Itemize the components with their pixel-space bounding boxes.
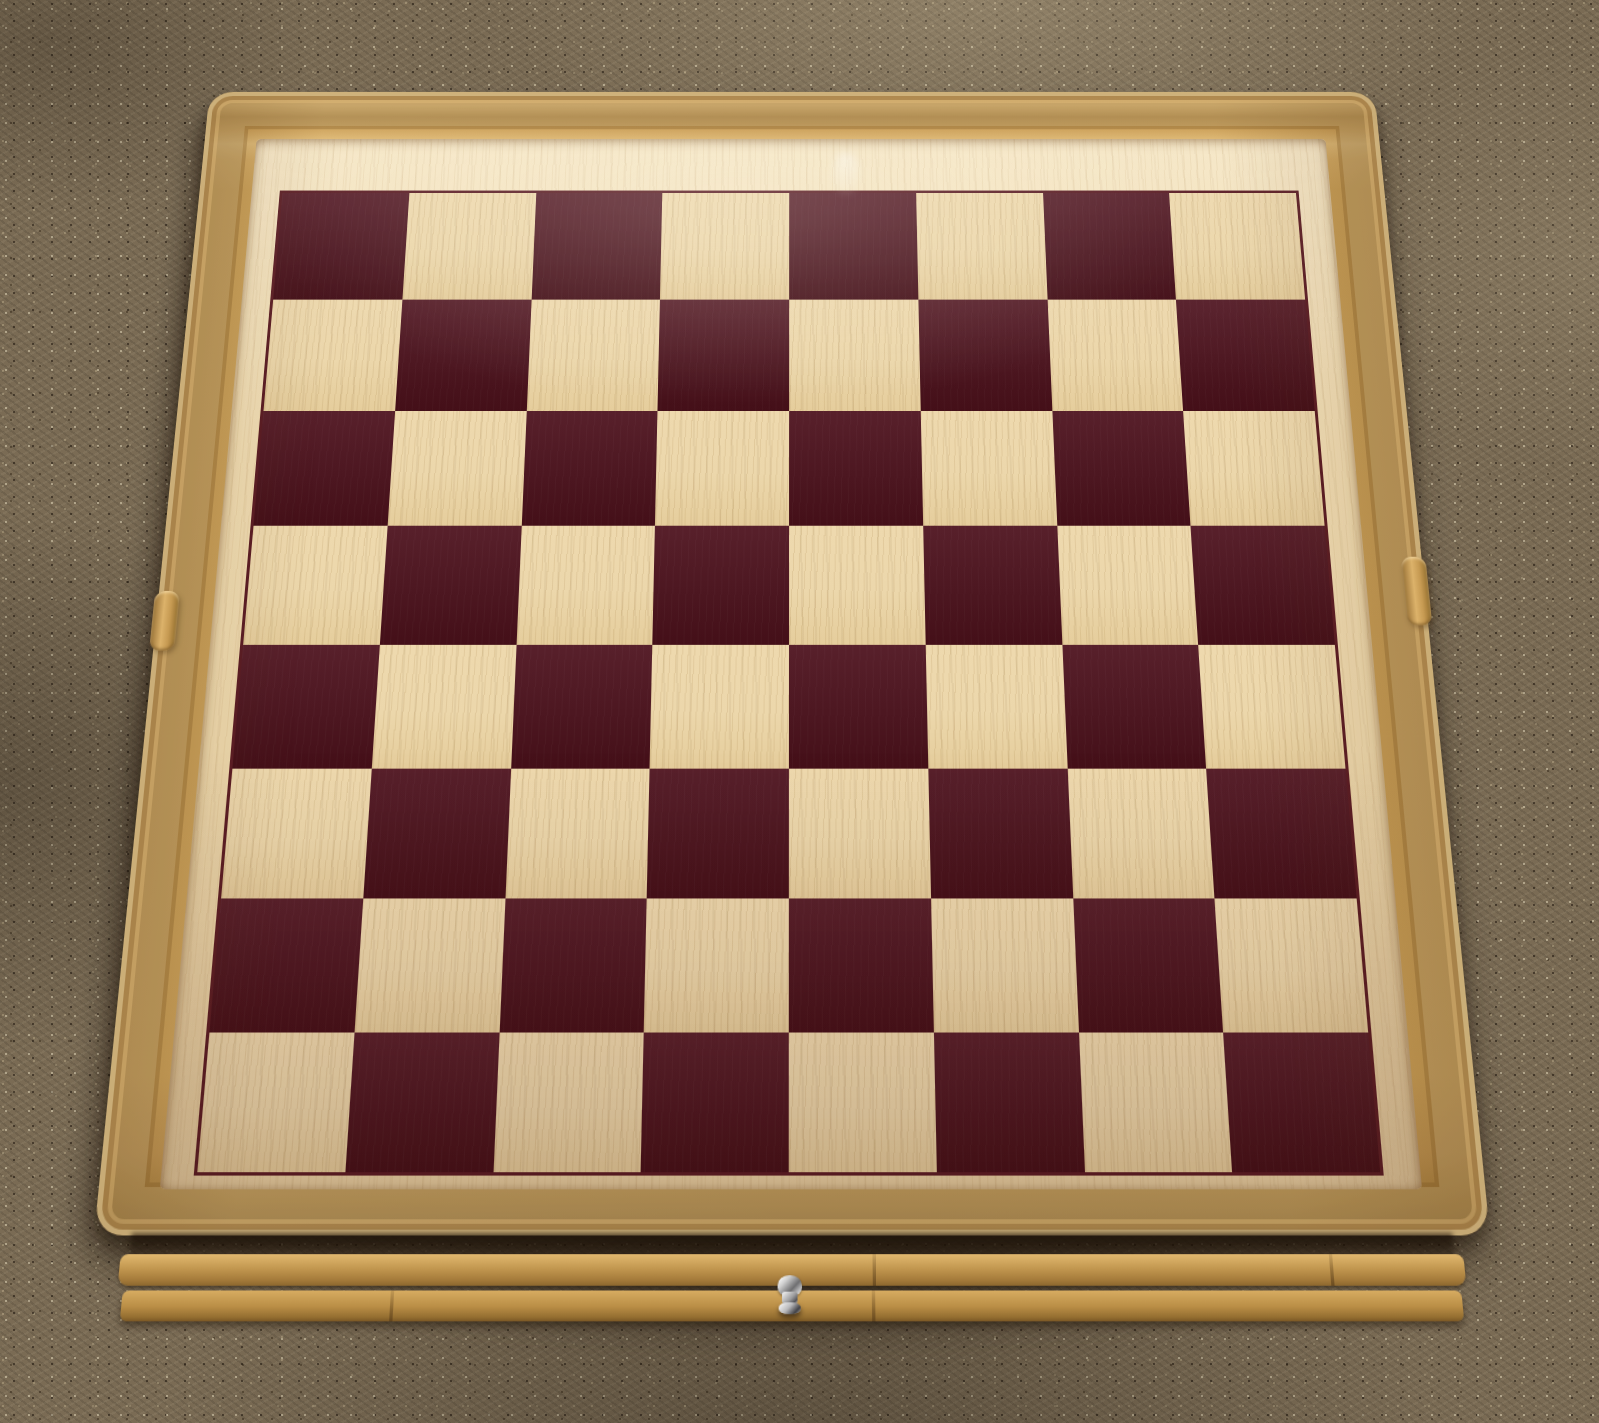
square-g1 xyxy=(1078,1032,1232,1172)
square-e7 xyxy=(789,300,920,411)
square-c6 xyxy=(521,411,657,526)
square-a2 xyxy=(209,898,363,1032)
square-f8 xyxy=(916,193,1047,300)
drawer-trim-joint xyxy=(873,1254,877,1286)
square-a8 xyxy=(273,193,409,300)
square-h2 xyxy=(1215,898,1368,1032)
board-surface xyxy=(160,139,1422,1189)
square-h5 xyxy=(1191,525,1335,644)
square-h1 xyxy=(1223,1032,1380,1172)
square-c7 xyxy=(526,300,660,411)
square-b5 xyxy=(380,525,522,644)
square-a1 xyxy=(197,1032,354,1172)
glare-highlight xyxy=(834,152,859,195)
square-e5 xyxy=(789,525,925,644)
frame-notch-right xyxy=(1401,557,1433,626)
drawer-front-joint xyxy=(872,1291,876,1322)
square-c8 xyxy=(531,193,662,300)
square-d5 xyxy=(653,525,790,644)
square-f3 xyxy=(928,769,1073,898)
square-h4 xyxy=(1198,645,1345,769)
square-f1 xyxy=(934,1032,1085,1172)
square-e2 xyxy=(789,898,934,1032)
carpet-background xyxy=(0,0,1599,1423)
square-c4 xyxy=(511,645,653,769)
checker-border xyxy=(194,191,1384,1176)
square-c2 xyxy=(499,898,647,1032)
square-a6 xyxy=(254,411,395,526)
square-a5 xyxy=(243,525,387,644)
chess-box xyxy=(94,92,1490,1236)
square-c5 xyxy=(516,525,655,644)
square-b6 xyxy=(387,411,526,526)
square-e6 xyxy=(789,411,923,526)
square-g3 xyxy=(1067,769,1214,898)
square-f2 xyxy=(931,898,1079,1032)
square-h7 xyxy=(1176,300,1315,411)
checkerboard xyxy=(197,193,1380,1172)
square-e4 xyxy=(789,645,928,769)
drawer-trim-joint xyxy=(1329,1254,1335,1286)
square-d1 xyxy=(641,1032,789,1172)
square-g6 xyxy=(1052,411,1191,526)
drawer-front-joint xyxy=(389,1291,394,1322)
square-b1 xyxy=(345,1032,499,1172)
square-g7 xyxy=(1047,300,1183,411)
square-d2 xyxy=(644,898,789,1032)
square-b7 xyxy=(395,300,531,411)
square-h3 xyxy=(1206,769,1356,898)
square-f6 xyxy=(920,411,1056,526)
square-d8 xyxy=(660,193,789,300)
square-b8 xyxy=(402,193,536,300)
square-e8 xyxy=(789,193,918,300)
square-d7 xyxy=(658,300,789,411)
square-h6 xyxy=(1183,411,1324,526)
square-f4 xyxy=(925,645,1067,769)
square-f7 xyxy=(918,300,1052,411)
square-a7 xyxy=(264,300,403,411)
square-g8 xyxy=(1043,193,1177,300)
square-d3 xyxy=(647,769,789,898)
square-g2 xyxy=(1073,898,1224,1032)
square-b4 xyxy=(371,645,516,769)
square-g5 xyxy=(1057,525,1199,644)
square-d4 xyxy=(650,645,789,769)
square-b3 xyxy=(363,769,511,898)
square-d6 xyxy=(655,411,789,526)
square-c1 xyxy=(493,1032,644,1172)
drawer-knob xyxy=(778,1275,802,1296)
square-e3 xyxy=(789,769,931,898)
square-b2 xyxy=(354,898,505,1032)
square-e1 xyxy=(789,1032,937,1172)
square-a3 xyxy=(221,769,371,898)
square-a4 xyxy=(232,645,379,769)
square-f5 xyxy=(923,525,1062,644)
square-g4 xyxy=(1062,645,1206,769)
square-c3 xyxy=(505,769,650,898)
square-h8 xyxy=(1169,193,1305,300)
